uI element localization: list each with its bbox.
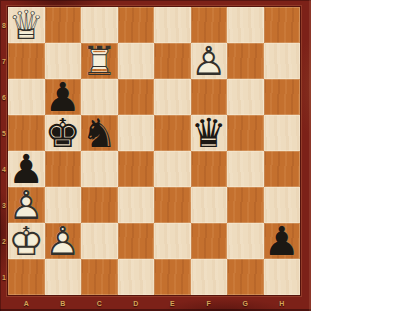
page-background: 87654321 ♛♕♜♖♟♙♟♚♞♛♟♟♙♚♔♟♙♟ ABCDEFGH xyxy=(0,0,414,311)
white-pawn-icon: ♟ xyxy=(45,223,82,259)
square-b2[interactable]: ♟♙ xyxy=(45,223,82,259)
square-g7[interactable] xyxy=(227,43,264,79)
piece-black-queen-f5[interactable]: ♛ xyxy=(191,115,228,151)
square-f6[interactable] xyxy=(191,79,228,115)
black-king-icon: ♚ xyxy=(45,115,82,151)
black-pawn-icon: ♟ xyxy=(264,223,301,259)
square-f8[interactable] xyxy=(191,7,228,43)
square-b7[interactable] xyxy=(45,43,82,79)
square-h5[interactable] xyxy=(264,115,301,151)
rank-label-7: 7 xyxy=(0,43,8,79)
square-a3[interactable]: ♟♙ xyxy=(8,187,45,223)
square-c2[interactable] xyxy=(81,223,118,259)
piece-white-rook-c7[interactable]: ♜♖ xyxy=(81,43,118,79)
square-g3[interactable] xyxy=(227,187,264,223)
white-king-icon: ♚ xyxy=(8,223,45,259)
square-e6[interactable] xyxy=(154,79,191,115)
square-g1[interactable] xyxy=(227,259,264,295)
white-pawn-outline-icon: ♙ xyxy=(8,187,45,223)
rank-label-4: 4 xyxy=(0,151,8,187)
square-a6[interactable] xyxy=(8,79,45,115)
chess-board: 87654321 ♛♕♜♖♟♙♟♚♞♛♟♟♙♚♔♟♙♟ ABCDEFGH xyxy=(0,0,311,311)
square-h8[interactable] xyxy=(264,7,301,43)
square-f7[interactable]: ♟♙ xyxy=(191,43,228,79)
black-pawn-icon: ♟ xyxy=(45,79,82,115)
square-e7[interactable] xyxy=(154,43,191,79)
square-d7[interactable] xyxy=(118,43,155,79)
square-b6[interactable]: ♟ xyxy=(45,79,82,115)
file-label-g: G xyxy=(227,296,264,311)
rank-label-8: 8 xyxy=(0,7,8,43)
square-c6[interactable] xyxy=(81,79,118,115)
white-pawn-icon: ♟ xyxy=(191,43,228,79)
square-g6[interactable] xyxy=(227,79,264,115)
square-b4[interactable] xyxy=(45,151,82,187)
square-g5[interactable] xyxy=(227,115,264,151)
square-c8[interactable] xyxy=(81,7,118,43)
square-b3[interactable] xyxy=(45,187,82,223)
piece-black-knight-c5[interactable]: ♞ xyxy=(81,115,118,151)
square-h7[interactable] xyxy=(264,43,301,79)
square-d4[interactable] xyxy=(118,151,155,187)
piece-white-pawn-f7[interactable]: ♟♙ xyxy=(191,43,228,79)
square-d6[interactable] xyxy=(118,79,155,115)
square-a1[interactable] xyxy=(8,259,45,295)
file-label-f: F xyxy=(191,296,228,311)
file-label-b: B xyxy=(45,296,82,311)
black-queen-icon: ♛ xyxy=(191,115,228,151)
rank-labels: 87654321 xyxy=(0,7,8,295)
rank-label-6: 6 xyxy=(0,79,8,115)
square-e8[interactable] xyxy=(154,7,191,43)
white-queen-icon: ♛ xyxy=(8,7,45,43)
square-d3[interactable] xyxy=(118,187,155,223)
square-h2[interactable]: ♟ xyxy=(264,223,301,259)
piece-black-pawn-a4[interactable]: ♟ xyxy=(8,151,45,187)
square-d5[interactable] xyxy=(118,115,155,151)
rank-label-5: 5 xyxy=(0,115,8,151)
square-e5[interactable] xyxy=(154,115,191,151)
piece-white-king-a2[interactable]: ♚♔ xyxy=(8,223,45,259)
white-pawn-outline-icon: ♙ xyxy=(45,223,82,259)
square-g8[interactable] xyxy=(227,7,264,43)
square-c3[interactable] xyxy=(81,187,118,223)
square-b8[interactable] xyxy=(45,7,82,43)
square-d2[interactable] xyxy=(118,223,155,259)
square-g4[interactable] xyxy=(227,151,264,187)
piece-white-pawn-b2[interactable]: ♟♙ xyxy=(45,223,82,259)
piece-black-pawn-b6[interactable]: ♟ xyxy=(45,79,82,115)
square-h3[interactable] xyxy=(264,187,301,223)
white-pawn-outline-icon: ♙ xyxy=(191,43,228,79)
square-a2[interactable]: ♚♔ xyxy=(8,223,45,259)
square-e2[interactable] xyxy=(154,223,191,259)
square-e3[interactable] xyxy=(154,187,191,223)
square-f4[interactable] xyxy=(191,151,228,187)
file-label-a: A xyxy=(8,296,45,311)
square-d1[interactable] xyxy=(118,259,155,295)
square-h4[interactable] xyxy=(264,151,301,187)
square-a5[interactable] xyxy=(8,115,45,151)
file-label-e: E xyxy=(154,296,191,311)
square-b1[interactable] xyxy=(45,259,82,295)
white-king-outline-icon: ♔ xyxy=(8,223,45,259)
square-c7[interactable]: ♜♖ xyxy=(81,43,118,79)
white-queen-outline-icon: ♕ xyxy=(8,7,45,43)
file-label-c: C xyxy=(81,296,118,311)
rank-label-1: 1 xyxy=(0,259,8,295)
rank-label-3: 3 xyxy=(0,187,8,223)
square-h1[interactable] xyxy=(264,259,301,295)
square-f5[interactable]: ♛ xyxy=(191,115,228,151)
piece-black-king-b5[interactable]: ♚ xyxy=(45,115,82,151)
square-a7[interactable] xyxy=(8,43,45,79)
square-d8[interactable] xyxy=(118,7,155,43)
file-label-h: H xyxy=(264,296,301,311)
piece-white-pawn-a3[interactable]: ♟♙ xyxy=(8,187,45,223)
square-f1[interactable] xyxy=(191,259,228,295)
square-f2[interactable] xyxy=(191,223,228,259)
square-a8[interactable]: ♛♕ xyxy=(8,7,45,43)
square-e1[interactable] xyxy=(154,259,191,295)
white-rook-icon: ♜ xyxy=(81,43,118,79)
square-c1[interactable] xyxy=(81,259,118,295)
square-h6[interactable] xyxy=(264,79,301,115)
square-e4[interactable] xyxy=(154,151,191,187)
file-labels: ABCDEFGH xyxy=(8,296,300,311)
black-knight-icon: ♞ xyxy=(81,115,118,151)
rank-label-2: 2 xyxy=(0,223,8,259)
piece-black-pawn-h2[interactable]: ♟ xyxy=(264,223,301,259)
square-b5[interactable]: ♚ xyxy=(45,115,82,151)
square-f3[interactable] xyxy=(191,187,228,223)
white-pawn-icon: ♟ xyxy=(8,187,45,223)
square-a4[interactable]: ♟ xyxy=(8,151,45,187)
piece-white-queen-a8[interactable]: ♛♕ xyxy=(8,7,45,43)
square-g2[interactable] xyxy=(227,223,264,259)
square-c5[interactable]: ♞ xyxy=(81,115,118,151)
square-c4[interactable] xyxy=(81,151,118,187)
board-grid: ♛♕♜♖♟♙♟♚♞♛♟♟♙♚♔♟♙♟ xyxy=(8,7,300,295)
file-label-d: D xyxy=(118,296,155,311)
black-pawn-icon: ♟ xyxy=(8,151,45,187)
white-rook-outline-icon: ♖ xyxy=(81,43,118,79)
